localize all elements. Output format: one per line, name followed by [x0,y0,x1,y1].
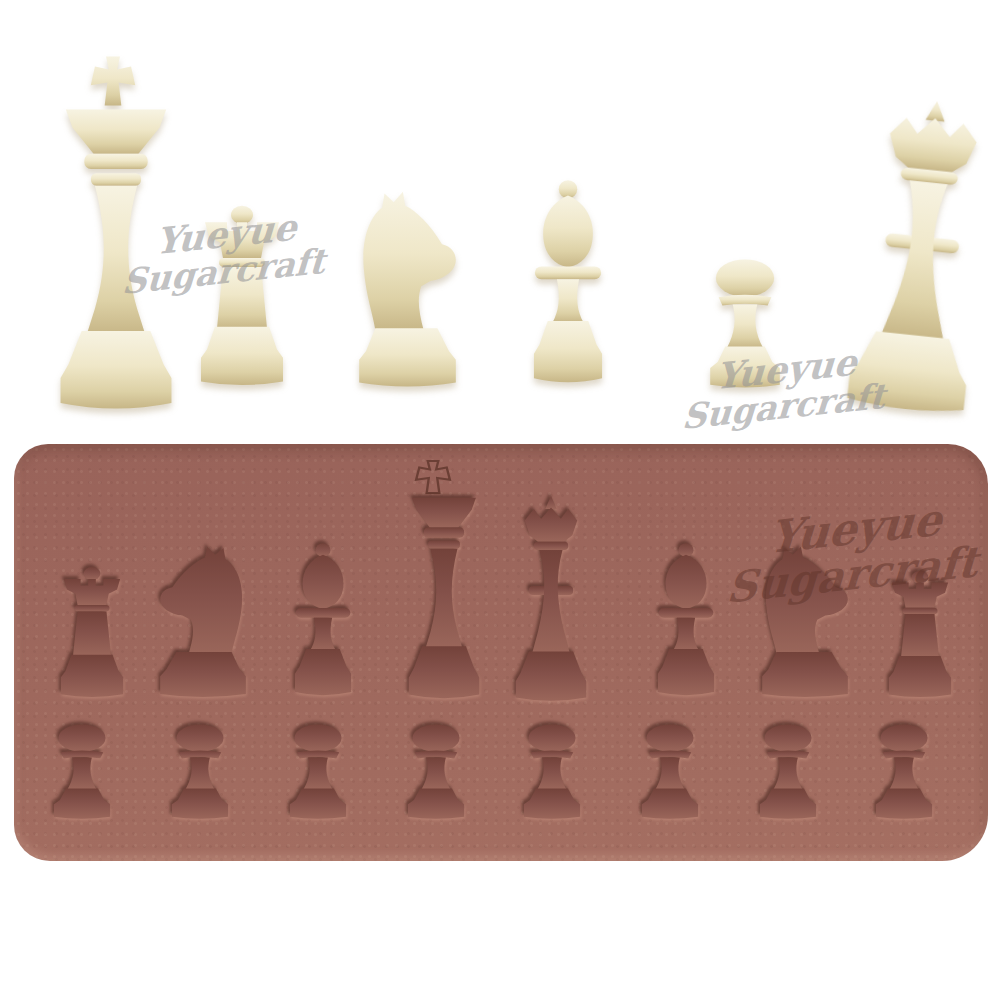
cream-bishop-icon [522,172,614,390]
mold-cavity-pawn-icon [866,716,942,822]
mold-cavity-pawn-icon [398,716,474,822]
mold-cavity-king-icon [402,494,486,702]
mold-cavity-pawn-icon [750,716,826,822]
cream-pawn-icon [698,248,792,392]
mold-cavity-pawn-icon [514,716,590,822]
mold-cavity-bishop-icon [648,537,724,701]
mold-cavity-pawn-icon [162,716,238,822]
mold-cavity-knight-icon [754,540,856,702]
mold-cavity-king-cross-icon [414,460,452,494]
cream-king-cross-icon [88,55,138,107]
product-photo: Yueyue Sugarcraft Yueyue Sugarcraft [0,0,1000,1000]
mold-cavity-queen-icon [510,491,592,704]
photo-pieces-area: Yueyue Sugarcraft Yueyue Sugarcraft [0,0,1000,444]
cream-rook-icon [192,196,292,392]
cream-knight-icon [350,183,465,393]
mold-cavity-rook-icon [54,560,130,702]
chocolate-mold: Yueyue Sugarcraft [14,444,988,861]
mold-cavity-rook-icon [882,564,958,702]
mold-cavity-bishop-icon [285,537,361,701]
mold-cavity-pawn-icon [632,716,708,822]
mold-cavity-pawn-icon [44,716,120,822]
mold-cavity-knight-icon [152,540,254,702]
cream-queen-icon [837,87,1000,421]
cream-king-icon [50,104,182,414]
mold-cavity-pawn-icon [280,716,356,822]
